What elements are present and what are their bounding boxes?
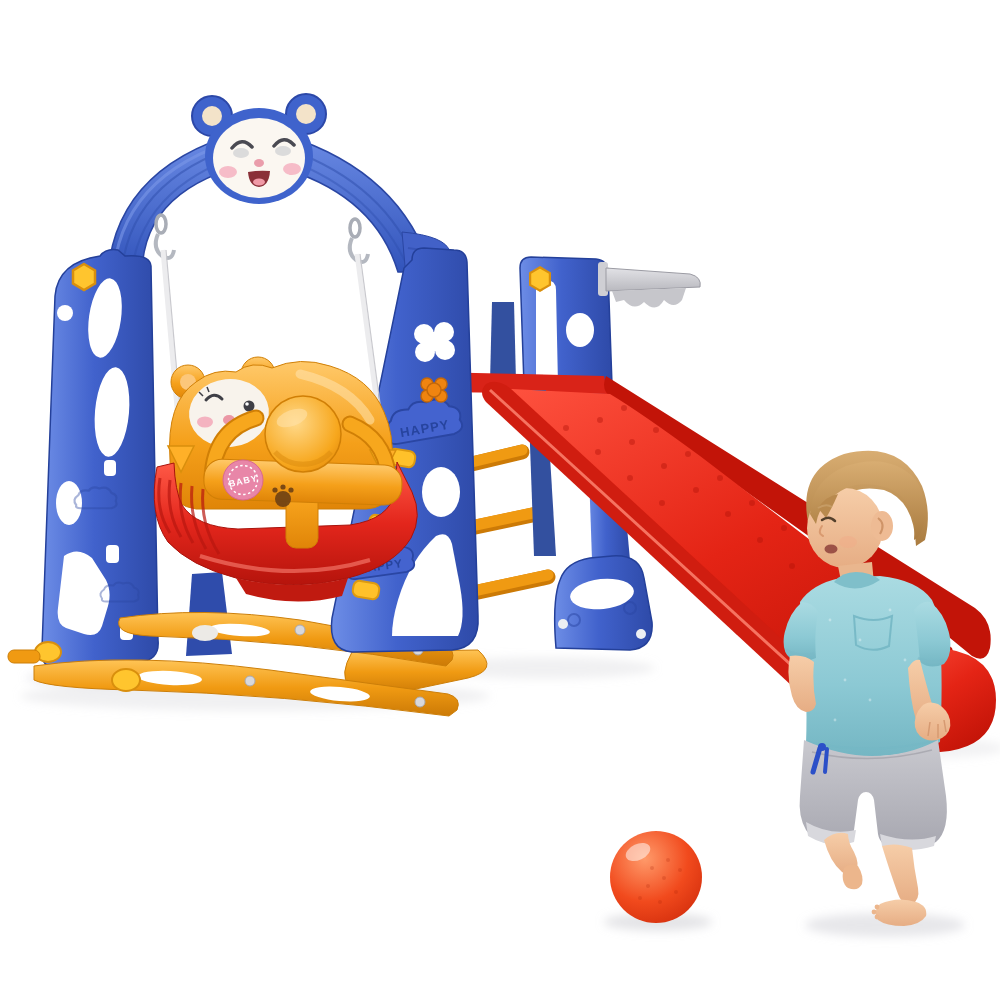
product-photo-stage: Toddler in a light blue t-shirt and gray… <box>0 0 1000 1000</box>
toddler-leg-right <box>882 844 918 904</box>
toddler-foot-right <box>875 899 926 926</box>
basketball-hoop <box>598 262 700 308</box>
arch-bear-face <box>192 94 326 204</box>
steering-wheel <box>265 396 341 472</box>
round-cutout <box>422 467 460 517</box>
toddler-foot-left <box>843 864 863 889</box>
bear-ear-inner <box>202 106 222 126</box>
hoop-net <box>612 288 686 308</box>
panel-knob <box>73 264 95 290</box>
bear-ear-inner <box>296 104 316 124</box>
foot-cap <box>112 669 140 691</box>
toddler-arm-left <box>788 656 816 712</box>
panel-knob <box>530 267 550 290</box>
play-ball <box>610 831 702 923</box>
baby-badge: BABY <box>223 460 263 500</box>
playset-illustration: HAPPY HAPPY <box>0 0 1000 1000</box>
toddler-mouth <box>825 545 838 554</box>
seat-bear-eye <box>244 401 255 412</box>
toddler <box>784 451 951 926</box>
swing-left-panel <box>35 250 158 668</box>
